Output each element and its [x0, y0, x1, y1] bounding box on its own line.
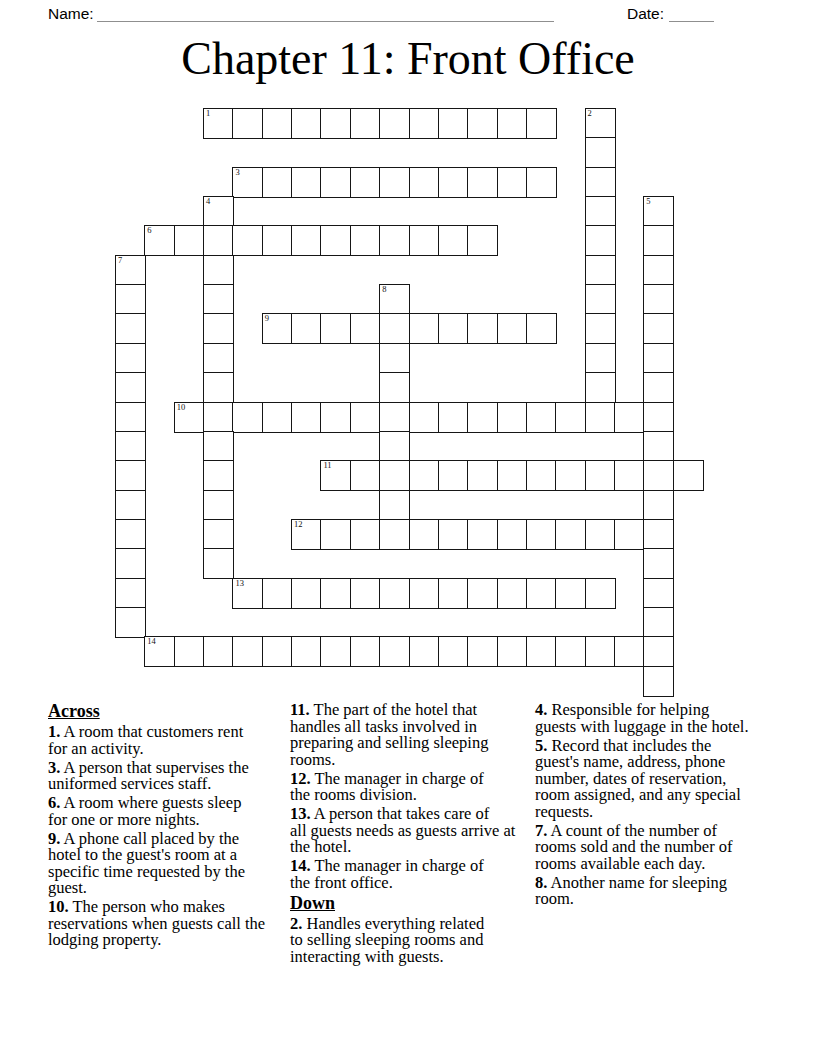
grid-cell[interactable] — [526, 108, 557, 139]
grid-cell[interactable] — [379, 490, 410, 521]
grid-cell[interactable] — [350, 225, 381, 256]
grid-cell[interactable] — [320, 636, 351, 667]
clue-column: 11. The part of the hotel that handles a… — [290, 702, 536, 968]
grid-cell[interactable] — [291, 636, 322, 667]
grid-cell[interactable] — [643, 460, 674, 491]
grid-cell[interactable] — [291, 108, 322, 139]
grid-cell[interactable] — [115, 431, 146, 462]
clue-column: 4. Responsible for helping guests with l… — [535, 702, 771, 910]
grid-cell[interactable] — [320, 225, 351, 256]
grid-cell[interactable] — [203, 372, 234, 403]
cell-number: 13 — [235, 578, 244, 588]
grid-cell[interactable] — [115, 372, 146, 403]
clue-text: A count of the number of rooms sold and … — [535, 821, 733, 873]
clue-text: Responsible for helping guests with lugg… — [535, 700, 749, 736]
grid-cell[interactable] — [379, 460, 410, 491]
worksheet-page: Name: Date: Chapter 11: Front Office 123… — [0, 0, 816, 1056]
grid-cell[interactable] — [643, 607, 674, 638]
grid-cell[interactable] — [585, 402, 616, 433]
grid-cell[interactable] — [467, 636, 498, 667]
grid-cell[interactable] — [526, 636, 557, 667]
grid-cell[interactable] — [409, 636, 440, 667]
grid-cell[interactable] — [614, 460, 645, 491]
grid-cell[interactable] — [203, 548, 234, 579]
grid-cell[interactable] — [497, 402, 528, 433]
grid-cell[interactable] — [115, 313, 146, 344]
clue-text: Record that includes the guest's name, a… — [535, 736, 741, 821]
grid-cell[interactable] — [643, 636, 674, 667]
grid-cell[interactable] — [115, 548, 146, 579]
grid-cell[interactable] — [614, 402, 645, 433]
clue-item-down-8: 8. Another name for sleeping room. — [535, 875, 771, 908]
grid-cell[interactable] — [232, 108, 263, 139]
grid-cell[interactable] — [467, 519, 498, 550]
grid-cell[interactable] — [555, 402, 586, 433]
grid-cell[interactable]: 11 — [320, 460, 351, 491]
grid-cell[interactable] — [467, 167, 498, 198]
clue-text: A person that supervises the uniformed s… — [48, 758, 249, 794]
grid-cell[interactable] — [379, 343, 410, 374]
clue-text: A room where guests sleep for one or mor… — [48, 793, 241, 829]
cell-number: 5 — [646, 196, 650, 206]
grid-cell[interactable] — [555, 636, 586, 667]
grid-cell[interactable] — [203, 225, 234, 256]
grid-cell[interactable] — [585, 284, 616, 315]
cell-number: 12 — [294, 519, 303, 529]
grid-cell[interactable] — [585, 137, 616, 168]
grid-cell[interactable] — [614, 636, 645, 667]
clue-item-across-3: 3. A person that supervises the uniforme… — [48, 760, 286, 793]
grid-cell[interactable] — [643, 225, 674, 256]
grid-cell[interactable] — [526, 313, 557, 344]
grid-cell[interactable] — [379, 225, 410, 256]
grid-cell[interactable] — [497, 313, 528, 344]
clue-text: A phone call placed by the hotel to the … — [48, 829, 245, 898]
grid-cell[interactable] — [497, 636, 528, 667]
grid-cell[interactable] — [350, 167, 381, 198]
grid-cell[interactable] — [174, 225, 205, 256]
clue-item-across-12: 12. The manager in charge of the rooms d… — [290, 771, 536, 804]
grid-cell[interactable] — [115, 284, 146, 315]
grid-cell[interactable] — [203, 255, 234, 286]
grid-cell[interactable]: 10 — [174, 402, 205, 433]
grid-cell[interactable]: 13 — [232, 578, 263, 609]
grid-cell[interactable] — [291, 167, 322, 198]
grid-cell[interactable]: 12 — [291, 519, 322, 550]
grid-cell[interactable] — [643, 255, 674, 286]
grid-cell[interactable] — [350, 402, 381, 433]
cell-number: 3 — [235, 167, 239, 177]
cell-number: 10 — [177, 402, 186, 412]
grid-cell[interactable] — [379, 108, 410, 139]
grid-cell[interactable] — [643, 343, 674, 374]
clue-item-down-2: 2. Handles everything related to selling… — [290, 916, 536, 966]
cell-number: 7 — [118, 255, 122, 265]
grid-cell[interactable]: 2 — [585, 108, 616, 139]
grid-cell[interactable] — [291, 402, 322, 433]
grid-cell[interactable] — [643, 313, 674, 344]
page-title: Chapter 11: Front Office — [0, 33, 816, 85]
grid-cell[interactable] — [585, 519, 616, 550]
grid-cell[interactable] — [643, 284, 674, 315]
grid-cell[interactable] — [409, 578, 440, 609]
grid-cell[interactable] — [379, 372, 410, 403]
grid-cell[interactable] — [526, 460, 557, 491]
grid-cell[interactable] — [115, 343, 146, 374]
down-heading: Down — [290, 894, 536, 913]
grid-cell[interactable] — [585, 167, 616, 198]
grid-cell[interactable] — [526, 167, 557, 198]
grid-cell[interactable] — [379, 636, 410, 667]
grid-cell[interactable] — [379, 431, 410, 462]
grid-cell[interactable] — [203, 431, 234, 462]
grid-cell[interactable] — [232, 402, 263, 433]
grid-cell[interactable] — [438, 108, 469, 139]
grid-cell[interactable] — [379, 402, 410, 433]
clue-text: A person that takes care of all guests n… — [290, 804, 515, 856]
grid-cell[interactable] — [379, 578, 410, 609]
grid-cell[interactable] — [115, 402, 146, 433]
grid-cell[interactable] — [115, 607, 146, 638]
grid-cell[interactable] — [291, 225, 322, 256]
grid-cell[interactable] — [585, 313, 616, 344]
grid-cell[interactable] — [673, 460, 704, 491]
grid-cell[interactable]: 7 — [115, 255, 146, 286]
name-label: Name: — [48, 5, 94, 23]
grid-cell[interactable] — [350, 108, 381, 139]
grid-cell[interactable] — [438, 578, 469, 609]
clue-item-across-13: 13. A person that takes care of all gues… — [290, 806, 536, 856]
grid-cell[interactable] — [291, 578, 322, 609]
grid-cell[interactable] — [555, 519, 586, 550]
clue-item-across-10: 10. The person who makes reservations wh… — [48, 899, 286, 949]
grid-cell[interactable] — [174, 636, 205, 667]
grid-cell[interactable] — [585, 225, 616, 256]
grid-cell[interactable] — [409, 402, 440, 433]
grid-cell[interactable] — [643, 548, 674, 579]
grid-cell[interactable] — [467, 578, 498, 609]
grid-cell[interactable] — [438, 636, 469, 667]
clue-text: The part of the hotel that handles all t… — [290, 700, 488, 769]
grid-cell[interactable] — [409, 460, 440, 491]
grid-cell[interactable] — [643, 578, 674, 609]
grid-cell[interactable] — [203, 490, 234, 521]
grid-cell[interactable] — [203, 313, 234, 344]
cell-number: 4 — [206, 196, 210, 206]
grid-cell[interactable] — [467, 402, 498, 433]
grid-cell[interactable] — [526, 519, 557, 550]
grid-cell[interactable] — [438, 313, 469, 344]
grid-cell[interactable] — [379, 519, 410, 550]
grid-cell[interactable] — [643, 666, 674, 697]
grid-cell[interactable] — [350, 636, 381, 667]
clue-text: The manager in charge of the front offic… — [290, 856, 484, 892]
cell-number: 8 — [382, 284, 386, 294]
clue-text: Handles everything related to selling sl… — [290, 914, 484, 966]
grid-cell[interactable] — [262, 108, 293, 139]
grid-cell[interactable] — [585, 372, 616, 403]
grid-cell[interactable] — [232, 225, 263, 256]
grid-cell[interactable] — [585, 460, 616, 491]
grid-cell[interactable] — [115, 490, 146, 521]
grid-cell[interactable] — [555, 578, 586, 609]
cell-number: 11 — [323, 460, 331, 470]
clue-text: The person who makes reservations when g… — [48, 897, 265, 949]
clue-text: Another name for sleeping room. — [535, 873, 727, 909]
grid-cell[interactable] — [438, 225, 469, 256]
grid-cell[interactable] — [409, 313, 440, 344]
crossword-grid: 1234567891011121314 — [115, 108, 704, 697]
grid-cell[interactable] — [350, 578, 381, 609]
grid-cell[interactable] — [409, 108, 440, 139]
grid-cell[interactable]: 9 — [262, 313, 293, 344]
grid-cell[interactable] — [379, 313, 410, 344]
grid-cell[interactable] — [350, 519, 381, 550]
grid-cell[interactable] — [262, 578, 293, 609]
grid-cell[interactable] — [438, 519, 469, 550]
grid-cell[interactable]: 1 — [203, 108, 234, 139]
clue-item-across-6: 6. A room where guests sleep for one or … — [48, 795, 286, 828]
clue-column: Across1. A room that customers rent for … — [48, 702, 286, 951]
clue-item-across-11: 11. The part of the hotel that handles a… — [290, 702, 536, 768]
grid-cell[interactable] — [585, 255, 616, 286]
grid-cell[interactable]: 4 — [203, 196, 234, 227]
clue-item-across-14: 14. The manager in charge of the front o… — [290, 858, 536, 891]
grid-cell[interactable] — [320, 519, 351, 550]
grid-cell[interactable] — [438, 402, 469, 433]
grid-cell[interactable] — [585, 343, 616, 374]
grid-cell[interactable] — [203, 343, 234, 374]
grid-cell[interactable] — [643, 490, 674, 521]
grid-cell[interactable] — [115, 460, 146, 491]
grid-cell[interactable] — [643, 372, 674, 403]
grid-cell[interactable] — [497, 578, 528, 609]
grid-cell[interactable] — [320, 313, 351, 344]
grid-cell[interactable] — [262, 167, 293, 198]
grid-cell[interactable] — [409, 167, 440, 198]
grid-cell[interactable] — [262, 225, 293, 256]
clue-item-down-7: 7. A count of the number of rooms sold a… — [535, 823, 771, 873]
grid-cell[interactable] — [643, 519, 674, 550]
grid-cell[interactable] — [467, 108, 498, 139]
grid-cell[interactable] — [643, 402, 674, 433]
grid-cell[interactable] — [203, 519, 234, 550]
grid-cell[interactable] — [585, 578, 616, 609]
grid-cell[interactable] — [203, 460, 234, 491]
grid-cell[interactable] — [585, 196, 616, 227]
grid-cell[interactable] — [497, 108, 528, 139]
clue-item-across-1: 1. A room that customers rent for an act… — [48, 724, 286, 757]
grid-cell[interactable] — [203, 402, 234, 433]
grid-cell[interactable] — [320, 167, 351, 198]
grid-cell[interactable] — [320, 578, 351, 609]
name-blank-line — [97, 1, 554, 22]
cell-number: 2 — [588, 108, 592, 118]
cell-number: 14 — [147, 636, 156, 646]
grid-cell[interactable] — [467, 313, 498, 344]
clue-item-down-5: 5. Record that includes the guest's name… — [535, 738, 771, 821]
grid-cell[interactable]: 5 — [643, 196, 674, 227]
grid-cell[interactable] — [467, 225, 498, 256]
grid-cell[interactable] — [203, 636, 234, 667]
grid-cell[interactable] — [643, 431, 674, 462]
cell-number: 1 — [206, 108, 210, 118]
across-heading: Across — [48, 702, 286, 721]
date-blank-line — [669, 1, 714, 22]
grid-cell[interactable] — [262, 636, 293, 667]
cell-number: 6 — [147, 225, 151, 235]
grid-cell[interactable]: 3 — [232, 167, 263, 198]
grid-cell[interactable]: 6 — [144, 225, 175, 256]
grid-cell[interactable] — [614, 519, 645, 550]
grid-cell[interactable] — [262, 402, 293, 433]
clue-text: A room that customers rent for an activi… — [48, 722, 243, 758]
grid-cell[interactable] — [320, 108, 351, 139]
grid-cell[interactable]: 8 — [379, 284, 410, 315]
grid-cell[interactable] — [526, 578, 557, 609]
grid-cell[interactable]: 14 — [144, 636, 175, 667]
grid-cell[interactable] — [497, 167, 528, 198]
grid-cell[interactable] — [115, 519, 146, 550]
grid-cell[interactable] — [438, 167, 469, 198]
cell-number: 9 — [265, 313, 269, 323]
grid-cell[interactable] — [232, 636, 263, 667]
grid-cell[interactable] — [350, 313, 381, 344]
grid-cell[interactable] — [409, 519, 440, 550]
date-label: Date: — [627, 5, 664, 23]
grid-cell[interactable] — [115, 578, 146, 609]
grid-cell[interactable] — [320, 402, 351, 433]
grid-cell[interactable] — [497, 460, 528, 491]
grid-cell[interactable] — [291, 313, 322, 344]
grid-cell[interactable] — [379, 167, 410, 198]
grid-cell[interactable] — [497, 519, 528, 550]
clue-text: The manager in charge of the rooms divis… — [290, 769, 484, 805]
grid-cell[interactable] — [585, 636, 616, 667]
grid-cell[interactable] — [350, 460, 381, 491]
grid-cell[interactable] — [409, 225, 440, 256]
grid-cell[interactable] — [555, 460, 586, 491]
clue-item-down-4: 4. Responsible for helping guests with l… — [535, 702, 771, 735]
grid-cell[interactable] — [438, 460, 469, 491]
grid-cell[interactable] — [467, 460, 498, 491]
grid-cell[interactable] — [526, 402, 557, 433]
clue-item-across-9: 9. A phone call placed by the hotel to t… — [48, 831, 286, 897]
grid-cell[interactable] — [203, 284, 234, 315]
